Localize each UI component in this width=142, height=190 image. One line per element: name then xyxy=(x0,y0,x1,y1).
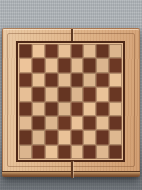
square-e8[interactable] xyxy=(71,44,84,58)
square-h3[interactable] xyxy=(109,116,122,130)
square-d5[interactable] xyxy=(58,87,71,101)
square-f4[interactable] xyxy=(83,102,96,116)
square-b7[interactable] xyxy=(32,58,45,72)
square-h4[interactable] xyxy=(109,102,122,116)
square-b3[interactable] xyxy=(32,116,45,130)
square-e4[interactable] xyxy=(71,102,84,116)
square-d7[interactable] xyxy=(58,58,71,72)
square-e1[interactable] xyxy=(71,145,84,159)
square-h5[interactable] xyxy=(109,87,122,101)
square-d6[interactable] xyxy=(58,73,71,87)
square-a6[interactable] xyxy=(19,73,32,87)
square-g8[interactable] xyxy=(96,44,109,58)
square-a3[interactable] xyxy=(19,116,32,130)
square-e6[interactable] xyxy=(71,73,84,87)
square-c4[interactable] xyxy=(45,102,58,116)
square-g6[interactable] xyxy=(96,73,109,87)
square-b6[interactable] xyxy=(32,73,45,87)
square-e5[interactable] xyxy=(71,87,84,101)
square-a5[interactable] xyxy=(19,87,32,101)
square-f5[interactable] xyxy=(83,87,96,101)
square-a1[interactable] xyxy=(19,145,32,159)
square-b5[interactable] xyxy=(32,87,45,101)
square-g2[interactable] xyxy=(96,130,109,144)
square-a4[interactable] xyxy=(19,102,32,116)
square-b2[interactable] xyxy=(32,130,45,144)
square-g5[interactable] xyxy=(96,87,109,101)
square-g1[interactable] xyxy=(96,145,109,159)
square-a8[interactable] xyxy=(19,44,32,58)
square-d1[interactable] xyxy=(58,145,71,159)
square-e3[interactable] xyxy=(71,116,84,130)
chessboard xyxy=(2,28,140,177)
playing-area-border xyxy=(16,41,125,162)
square-e2[interactable] xyxy=(71,130,84,144)
square-c3[interactable] xyxy=(45,116,58,130)
square-g7[interactable] xyxy=(96,58,109,72)
square-f8[interactable] xyxy=(83,44,96,58)
square-g4[interactable] xyxy=(96,102,109,116)
square-c8[interactable] xyxy=(45,44,58,58)
square-f1[interactable] xyxy=(83,145,96,159)
board-frame xyxy=(2,28,140,171)
square-h6[interactable] xyxy=(109,73,122,87)
square-a7[interactable] xyxy=(19,58,32,72)
square-c6[interactable] xyxy=(45,73,58,87)
square-f3[interactable] xyxy=(83,116,96,130)
square-a2[interactable] xyxy=(19,130,32,144)
playing-grid xyxy=(19,44,122,159)
hinge-seam-bottom xyxy=(71,161,73,178)
square-f6[interactable] xyxy=(83,73,96,87)
square-c5[interactable] xyxy=(45,87,58,101)
square-h7[interactable] xyxy=(109,58,122,72)
square-b1[interactable] xyxy=(32,145,45,159)
square-h2[interactable] xyxy=(109,130,122,144)
square-d8[interactable] xyxy=(58,44,71,58)
square-d3[interactable] xyxy=(58,116,71,130)
square-d2[interactable] xyxy=(58,130,71,144)
screenshot xyxy=(0,0,142,190)
square-c2[interactable] xyxy=(45,130,58,144)
square-b4[interactable] xyxy=(32,102,45,116)
square-e7[interactable] xyxy=(71,58,84,72)
square-c1[interactable] xyxy=(45,145,58,159)
square-h8[interactable] xyxy=(109,44,122,58)
square-g3[interactable] xyxy=(96,116,109,130)
square-b8[interactable] xyxy=(32,44,45,58)
square-c7[interactable] xyxy=(45,58,58,72)
square-f7[interactable] xyxy=(83,58,96,72)
square-d4[interactable] xyxy=(58,102,71,116)
square-h1[interactable] xyxy=(109,145,122,159)
square-f2[interactable] xyxy=(83,130,96,144)
